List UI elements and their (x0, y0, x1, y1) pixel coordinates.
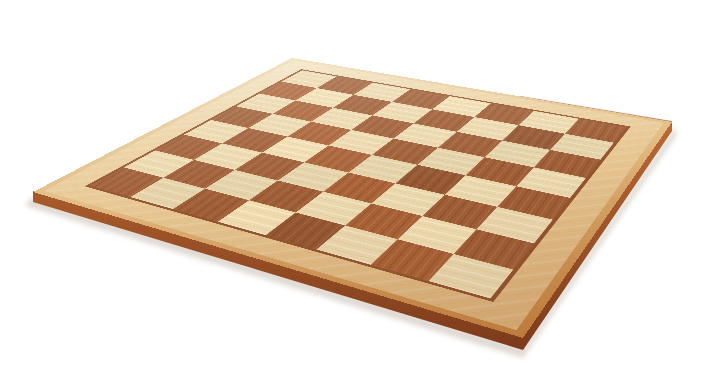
chessboard-photo (0, 0, 701, 365)
